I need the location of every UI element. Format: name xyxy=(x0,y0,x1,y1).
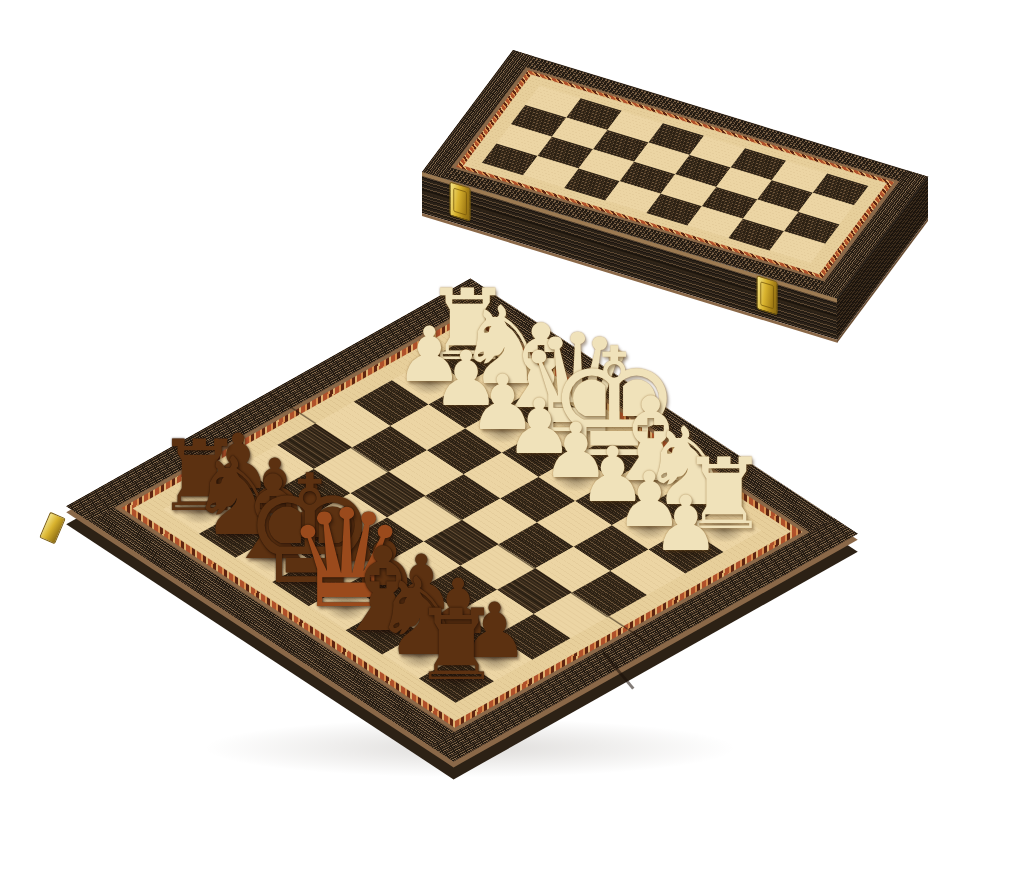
brass-latch xyxy=(39,512,66,544)
brass-latch xyxy=(757,275,778,315)
brass-latch xyxy=(450,181,471,221)
square-h8: ♜ xyxy=(419,657,494,703)
piece-brown-rook: ♜ xyxy=(356,596,556,694)
open-chessboard: ♜♞♝♛♚♝♞♜♟♟♟♟♟♟♟♟♟♟♟♟♟♟♟♟♜♞♝♚♛♝♞♜ xyxy=(66,279,857,762)
product-photo: ♜♞♝♛♚♝♞♜♟♟♟♟♟♟♟♟♟♟♟♟♟♟♟♟♜♞♝♚♛♝♞♜ xyxy=(0,0,1020,875)
